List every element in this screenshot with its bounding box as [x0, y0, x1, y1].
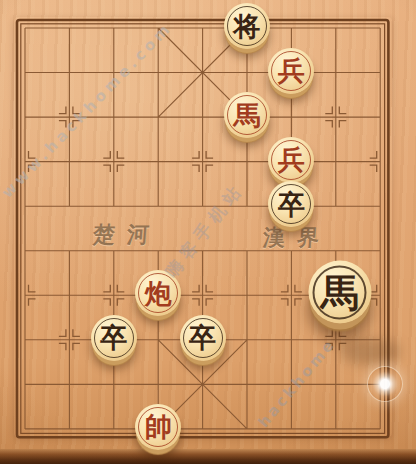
river-label-chuhe: 楚河	[92, 220, 162, 250]
piece-character: 兵	[268, 48, 314, 94]
piece-red-soldier[interactable]: 兵	[268, 137, 314, 183]
xiangqi-app: 楚河 漢界 将兵馬兵卒炮馬卒卒帥 www.hackhome.com 嗨客手机站 …	[0, 0, 416, 464]
river-label-hanjie: 漢界	[262, 223, 332, 253]
piece-black-soldier[interactable]: 卒	[91, 315, 137, 361]
piece-character: 帥	[135, 404, 181, 450]
piece-black-horse-selected[interactable]: 馬	[308, 261, 371, 324]
piece-character: 卒	[268, 181, 314, 227]
piece-black-general[interactable]: 将	[224, 3, 270, 49]
piece-black-soldier[interactable]: 卒	[268, 181, 314, 227]
piece-character: 卒	[180, 315, 226, 361]
xiangqi-board[interactable]	[0, 0, 416, 464]
tap-cursor-glow	[367, 366, 403, 402]
piece-character: 炮	[135, 270, 181, 316]
piece-character: 兵	[268, 137, 314, 183]
piece-character: 卒	[91, 315, 137, 361]
piece-red-horse[interactable]: 馬	[224, 92, 270, 138]
piece-character: 馬	[308, 261, 371, 324]
piece-red-general[interactable]: 帥	[135, 404, 181, 450]
lifted-piece-shadow	[340, 338, 400, 365]
piece-character: 馬	[224, 92, 270, 138]
piece-black-soldier[interactable]: 卒	[180, 315, 226, 361]
piece-red-cannon[interactable]: 炮	[135, 270, 181, 316]
piece-character: 将	[224, 3, 270, 49]
piece-red-soldier[interactable]: 兵	[268, 48, 314, 94]
